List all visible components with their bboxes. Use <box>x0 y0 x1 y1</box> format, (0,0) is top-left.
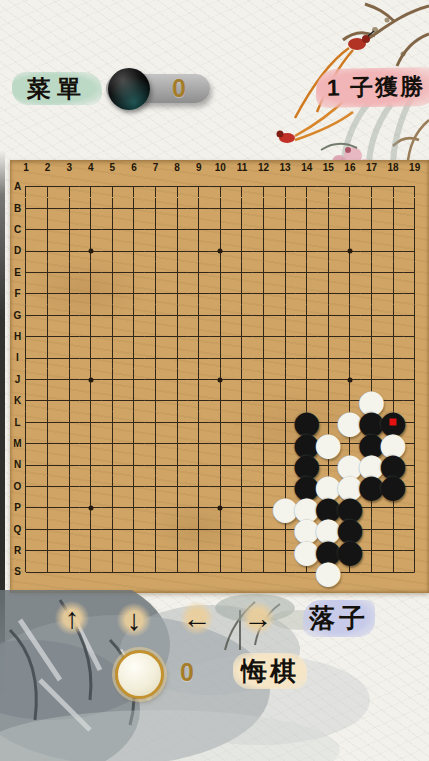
board-cell-Q2[interactable] <box>37 519 59 540</box>
board-cell-F11[interactable] <box>231 283 253 304</box>
board-cell-D3[interactable] <box>58 240 80 261</box>
board-cell-B15[interactable] <box>318 198 340 219</box>
board-cell-N8[interactable] <box>166 454 188 475</box>
board-cell-S5[interactable] <box>102 561 124 582</box>
board-cell-P6[interactable] <box>123 497 145 518</box>
board-cell-D11[interactable] <box>231 240 253 261</box>
board-cell-I12[interactable] <box>253 347 275 368</box>
board-cell-B9[interactable] <box>188 198 210 219</box>
board-cell-S18[interactable] <box>382 561 404 582</box>
board-cell-A19[interactable] <box>404 176 426 197</box>
board-cell-Q3[interactable] <box>58 519 80 540</box>
board-cell-I13[interactable] <box>274 347 296 368</box>
board-cell-H12[interactable] <box>253 326 275 347</box>
board-cell-D4[interactable] <box>80 240 102 261</box>
board-cell-J2[interactable] <box>37 369 59 390</box>
board-cell-A12[interactable] <box>253 176 275 197</box>
board-cell-Q19[interactable] <box>404 519 426 540</box>
board-cell-P5[interactable] <box>102 497 124 518</box>
board-cell-C15[interactable] <box>318 219 340 240</box>
board-cell-S10[interactable] <box>210 561 232 582</box>
board-cell-B7[interactable] <box>145 198 167 219</box>
board-cell-B6[interactable] <box>123 198 145 219</box>
board-cell-O6[interactable] <box>123 476 145 497</box>
board-cell-C6[interactable] <box>123 219 145 240</box>
board-cell-B11[interactable] <box>231 198 253 219</box>
board-cell-R12[interactable] <box>253 540 275 561</box>
board-cell-O10[interactable] <box>210 476 232 497</box>
board-cell-H1[interactable] <box>15 326 37 347</box>
board-cell-D18[interactable] <box>382 240 404 261</box>
board-cell-G13[interactable] <box>274 305 296 326</box>
board-cell-N3[interactable] <box>58 454 80 475</box>
board-cell-N12[interactable] <box>253 454 275 475</box>
board-cell-C16[interactable] <box>339 219 361 240</box>
board-cell-J19[interactable] <box>404 369 426 390</box>
board-cell-H4[interactable] <box>80 326 102 347</box>
board-cell-S1[interactable] <box>15 561 37 582</box>
place-stone-button[interactable]: 落子 <box>303 600 375 637</box>
board-cell-N9[interactable] <box>188 454 210 475</box>
board-cell-N6[interactable] <box>123 454 145 475</box>
board-cell-K4[interactable] <box>80 390 102 411</box>
board-cell-I8[interactable] <box>166 347 188 368</box>
board-cell-N2[interactable] <box>37 454 59 475</box>
board-cell-A14[interactable] <box>296 176 318 197</box>
board-cell-P7[interactable] <box>145 497 167 518</box>
board-cell-H19[interactable] <box>404 326 426 347</box>
board-cell-I10[interactable] <box>210 347 232 368</box>
board-cell-E1[interactable] <box>15 262 37 283</box>
board-cell-O8[interactable] <box>166 476 188 497</box>
board-cell-Q5[interactable] <box>102 519 124 540</box>
board-cell-B14[interactable] <box>296 198 318 219</box>
board-cell-L10[interactable] <box>210 412 232 433</box>
board-cell-K1[interactable] <box>15 390 37 411</box>
board-cell-E13[interactable] <box>274 262 296 283</box>
board-cell-I11[interactable] <box>231 347 253 368</box>
board-cell-R18[interactable] <box>382 540 404 561</box>
board-cell-E14[interactable] <box>296 262 318 283</box>
board-cell-A2[interactable] <box>37 176 59 197</box>
board-cell-L1[interactable] <box>15 412 37 433</box>
board-cell-R6[interactable] <box>123 540 145 561</box>
board-cell-O1[interactable] <box>15 476 37 497</box>
board-cell-S12[interactable] <box>253 561 275 582</box>
board-cell-A6[interactable] <box>123 176 145 197</box>
board-cell-M3[interactable] <box>58 433 80 454</box>
board-cell-A7[interactable] <box>145 176 167 197</box>
board-cell-R1[interactable] <box>15 540 37 561</box>
board-cell-K3[interactable] <box>58 390 80 411</box>
board-cell-E19[interactable] <box>404 262 426 283</box>
board-cell-C10[interactable] <box>210 219 232 240</box>
board-cell-J12[interactable] <box>253 369 275 390</box>
board-cell-P3[interactable] <box>58 497 80 518</box>
board-cell-C5[interactable] <box>102 219 124 240</box>
board-cell-G9[interactable] <box>188 305 210 326</box>
board-cell-H7[interactable] <box>145 326 167 347</box>
board-cell-K7[interactable] <box>145 390 167 411</box>
board-cell-I16[interactable] <box>339 347 361 368</box>
board-cell-R4[interactable] <box>80 540 102 561</box>
board-cell-B16[interactable] <box>339 198 361 219</box>
board-cell-A17[interactable] <box>361 176 383 197</box>
board-cell-L2[interactable] <box>37 412 59 433</box>
undo-button[interactable]: 悔棋 <box>233 653 307 689</box>
board-cell-D8[interactable] <box>166 240 188 261</box>
board-cell-S7[interactable] <box>145 561 167 582</box>
board-cell-I7[interactable] <box>145 347 167 368</box>
board-cell-L12[interactable] <box>253 412 275 433</box>
board-cell-E8[interactable] <box>166 262 188 283</box>
board-cell-A8[interactable] <box>166 176 188 197</box>
board-cell-M6[interactable] <box>123 433 145 454</box>
board-cell-F19[interactable] <box>404 283 426 304</box>
board-cell-G8[interactable] <box>166 305 188 326</box>
board-cell-F4[interactable] <box>80 283 102 304</box>
board-cell-D6[interactable] <box>123 240 145 261</box>
board-cell-G10[interactable] <box>210 305 232 326</box>
board-cell-P9[interactable] <box>188 497 210 518</box>
board-cell-G16[interactable] <box>339 305 361 326</box>
board-cell-E17[interactable] <box>361 262 383 283</box>
board-cell-O7[interactable] <box>145 476 167 497</box>
board-cell-Q4[interactable] <box>80 519 102 540</box>
board-cell-S11[interactable] <box>231 561 253 582</box>
board-cell-M10[interactable] <box>210 433 232 454</box>
board-cell-C9[interactable] <box>188 219 210 240</box>
board-cell-C12[interactable] <box>253 219 275 240</box>
board-cell-F1[interactable] <box>15 283 37 304</box>
board-cell-H8[interactable] <box>166 326 188 347</box>
board-cell-D17[interactable] <box>361 240 383 261</box>
board-cell-A15[interactable] <box>318 176 340 197</box>
board-cell-A13[interactable] <box>274 176 296 197</box>
board-cell-B17[interactable] <box>361 198 383 219</box>
board-cell-O5[interactable] <box>102 476 124 497</box>
board-cell-J7[interactable] <box>145 369 167 390</box>
board-cell-C14[interactable] <box>296 219 318 240</box>
board-cell-I4[interactable] <box>80 347 102 368</box>
board-cell-F7[interactable] <box>145 283 167 304</box>
board-cell-D9[interactable] <box>188 240 210 261</box>
board-cell-A1[interactable] <box>15 176 37 197</box>
board-cell-J6[interactable] <box>123 369 145 390</box>
board-cell-P8[interactable] <box>166 497 188 518</box>
board-cell-Q1[interactable] <box>15 519 37 540</box>
board-cell-S4[interactable] <box>80 561 102 582</box>
board-cell-S15[interactable]: ● <box>318 561 340 582</box>
board-cell-F6[interactable] <box>123 283 145 304</box>
board-cell-A5[interactable] <box>102 176 124 197</box>
board-cell-L4[interactable] <box>80 412 102 433</box>
board-cell-E5[interactable] <box>102 262 124 283</box>
board-cell-Q8[interactable] <box>166 519 188 540</box>
board-cell-C3[interactable] <box>58 219 80 240</box>
board-cell-C8[interactable] <box>166 219 188 240</box>
board-cell-J8[interactable] <box>166 369 188 390</box>
board-cell-I15[interactable] <box>318 347 340 368</box>
board-cell-E4[interactable] <box>80 262 102 283</box>
board-cell-S8[interactable] <box>166 561 188 582</box>
board-cell-O11[interactable] <box>231 476 253 497</box>
board-cell-J15[interactable] <box>318 369 340 390</box>
board-cell-B1[interactable] <box>15 198 37 219</box>
board-cell-G5[interactable] <box>102 305 124 326</box>
move-left-button[interactable]: ← <box>180 601 214 635</box>
board-cell-P11[interactable] <box>231 497 253 518</box>
board-cell-O4[interactable] <box>80 476 102 497</box>
board-cell-H5[interactable] <box>102 326 124 347</box>
board-cell-L7[interactable] <box>145 412 167 433</box>
board-cell-G12[interactable] <box>253 305 275 326</box>
board-cell-G6[interactable] <box>123 305 145 326</box>
board-cell-B2[interactable] <box>37 198 59 219</box>
board-cell-Q10[interactable] <box>210 519 232 540</box>
board-cell-G7[interactable] <box>145 305 167 326</box>
board-cell-E11[interactable] <box>231 262 253 283</box>
board-cell-I3[interactable] <box>58 347 80 368</box>
board-cell-E2[interactable] <box>37 262 59 283</box>
board-cell-G18[interactable] <box>382 305 404 326</box>
board-cell-L3[interactable] <box>58 412 80 433</box>
board-cell-G3[interactable] <box>58 305 80 326</box>
board-cell-E10[interactable] <box>210 262 232 283</box>
board-cell-K2[interactable] <box>37 390 59 411</box>
board-cell-K6[interactable] <box>123 390 145 411</box>
board-cell-F3[interactable] <box>58 283 80 304</box>
board-cell-H11[interactable] <box>231 326 253 347</box>
board-cell-I5[interactable] <box>102 347 124 368</box>
board-cell-L5[interactable] <box>102 412 124 433</box>
board-cell-S19[interactable] <box>404 561 426 582</box>
board-cell-A18[interactable] <box>382 176 404 197</box>
board-cell-N10[interactable] <box>210 454 232 475</box>
board-cell-J5[interactable] <box>102 369 124 390</box>
board-cell-R11[interactable] <box>231 540 253 561</box>
board-cell-E18[interactable] <box>382 262 404 283</box>
board-cell-D19[interactable] <box>404 240 426 261</box>
board-cell-H16[interactable] <box>339 326 361 347</box>
board-cell-H6[interactable] <box>123 326 145 347</box>
board-cell-C2[interactable] <box>37 219 59 240</box>
board-cell-N7[interactable] <box>145 454 167 475</box>
board-cell-B4[interactable] <box>80 198 102 219</box>
board-cell-A3[interactable] <box>58 176 80 197</box>
board-cell-H15[interactable] <box>318 326 340 347</box>
board-cell-Q18[interactable] <box>382 519 404 540</box>
board-cell-S6[interactable] <box>123 561 145 582</box>
board-cell-H14[interactable] <box>296 326 318 347</box>
board-cell-N5[interactable] <box>102 454 124 475</box>
board-cell-D5[interactable] <box>102 240 124 261</box>
move-up-button[interactable]: ↑ <box>55 601 89 635</box>
board-cell-K9[interactable] <box>188 390 210 411</box>
board-cell-G15[interactable] <box>318 305 340 326</box>
board-cell-F5[interactable] <box>102 283 124 304</box>
board-cell-P2[interactable] <box>37 497 59 518</box>
board-cell-H13[interactable] <box>274 326 296 347</box>
board-cell-B5[interactable] <box>102 198 124 219</box>
board-cell-P4[interactable] <box>80 497 102 518</box>
board-cell-H17[interactable] <box>361 326 383 347</box>
board-cell-F2[interactable] <box>37 283 59 304</box>
board-cell-H18[interactable] <box>382 326 404 347</box>
board-cell-K12[interactable] <box>253 390 275 411</box>
board-cell-R10[interactable] <box>210 540 232 561</box>
board-cell-H9[interactable] <box>188 326 210 347</box>
board-cell-F10[interactable] <box>210 283 232 304</box>
board-cell-N1[interactable] <box>15 454 37 475</box>
board-cell-K10[interactable] <box>210 390 232 411</box>
board-cell-G1[interactable] <box>15 305 37 326</box>
board-cell-M9[interactable] <box>188 433 210 454</box>
board-cell-H2[interactable] <box>37 326 59 347</box>
board-cell-E9[interactable] <box>188 262 210 283</box>
board-cell-B3[interactable] <box>58 198 80 219</box>
board-cell-G17[interactable] <box>361 305 383 326</box>
board-cell-N11[interactable] <box>231 454 253 475</box>
board-cell-O3[interactable] <box>58 476 80 497</box>
board-cell-I17[interactable] <box>361 347 383 368</box>
move-right-button[interactable]: → <box>241 601 275 635</box>
board-cell-C11[interactable] <box>231 219 253 240</box>
board-cell-L9[interactable] <box>188 412 210 433</box>
board-cell-F15[interactable] <box>318 283 340 304</box>
board-cell-H3[interactable] <box>58 326 80 347</box>
board-cell-R2[interactable] <box>37 540 59 561</box>
board-cell-R5[interactable] <box>102 540 124 561</box>
board-cell-S2[interactable] <box>37 561 59 582</box>
board-cell-O9[interactable] <box>188 476 210 497</box>
board-cell-F17[interactable] <box>361 283 383 304</box>
board-cell-M5[interactable] <box>102 433 124 454</box>
board-cell-C7[interactable] <box>145 219 167 240</box>
menu-button[interactable]: 菜單 <box>12 72 102 105</box>
board-cell-J10[interactable] <box>210 369 232 390</box>
board-cell-L11[interactable] <box>231 412 253 433</box>
board-cell-A4[interactable] <box>80 176 102 197</box>
board-cell-I9[interactable] <box>188 347 210 368</box>
board-cell-D2[interactable] <box>37 240 59 261</box>
board-cell-D15[interactable] <box>318 240 340 261</box>
board-cell-J13[interactable] <box>274 369 296 390</box>
board-cell-M4[interactable] <box>80 433 102 454</box>
board-cell-G14[interactable] <box>296 305 318 326</box>
board-cell-J1[interactable] <box>15 369 37 390</box>
board-cell-K8[interactable] <box>166 390 188 411</box>
board-cell-F16[interactable] <box>339 283 361 304</box>
board-cell-H10[interactable] <box>210 326 232 347</box>
board-cell-F8[interactable] <box>166 283 188 304</box>
board-cell-O18[interactable]: ● <box>382 476 404 497</box>
board-cell-E16[interactable] <box>339 262 361 283</box>
board-cell-J3[interactable] <box>58 369 80 390</box>
board-cell-A10[interactable] <box>210 176 232 197</box>
board-cell-I1[interactable] <box>15 347 37 368</box>
board-cell-A11[interactable] <box>231 176 253 197</box>
board-cell-B8[interactable] <box>166 198 188 219</box>
board-cell-O2[interactable] <box>37 476 59 497</box>
board-cell-E15[interactable] <box>318 262 340 283</box>
board-cell-K5[interactable] <box>102 390 124 411</box>
board-cell-F9[interactable] <box>188 283 210 304</box>
board-cell-R9[interactable] <box>188 540 210 561</box>
board-cell-E3[interactable] <box>58 262 80 283</box>
board-cell-B18[interactable] <box>382 198 404 219</box>
board-cell-S3[interactable] <box>58 561 80 582</box>
board-cell-R7[interactable] <box>145 540 167 561</box>
board-cell-F12[interactable] <box>253 283 275 304</box>
board-cell-E7[interactable] <box>145 262 167 283</box>
board-cell-C4[interactable] <box>80 219 102 240</box>
board-cell-D7[interactable] <box>145 240 167 261</box>
board-cell-M8[interactable] <box>166 433 188 454</box>
board-cell-J14[interactable] <box>296 369 318 390</box>
board-cell-B13[interactable] <box>274 198 296 219</box>
board-cell-B12[interactable] <box>253 198 275 219</box>
board-cell-B19[interactable] <box>404 198 426 219</box>
board-cell-J4[interactable] <box>80 369 102 390</box>
board-cell-M12[interactable] <box>253 433 275 454</box>
board-cell-F14[interactable] <box>296 283 318 304</box>
board-cell-G2[interactable] <box>37 305 59 326</box>
board-cell-N4[interactable] <box>80 454 102 475</box>
board-cell-K11[interactable] <box>231 390 253 411</box>
board-cell-D12[interactable] <box>253 240 275 261</box>
board-cell-D14[interactable] <box>296 240 318 261</box>
board-cell-I2[interactable] <box>37 347 59 368</box>
board-cell-A9[interactable] <box>188 176 210 197</box>
board-cell-C19[interactable] <box>404 219 426 240</box>
board-cell-R8[interactable] <box>166 540 188 561</box>
board-cell-G4[interactable] <box>80 305 102 326</box>
board-cell-I18[interactable] <box>382 347 404 368</box>
board-cell-L6[interactable] <box>123 412 145 433</box>
board-cell-C1[interactable] <box>15 219 37 240</box>
board-cell-D13[interactable] <box>274 240 296 261</box>
board-cell-M11[interactable] <box>231 433 253 454</box>
board-cell-D1[interactable] <box>15 240 37 261</box>
board-cell-J11[interactable] <box>231 369 253 390</box>
board-cell-P1[interactable] <box>15 497 37 518</box>
board-cell-D16[interactable] <box>339 240 361 261</box>
board-cell-C13[interactable] <box>274 219 296 240</box>
board-cell-C17[interactable] <box>361 219 383 240</box>
board-cell-M2[interactable] <box>37 433 59 454</box>
board-cell-G19[interactable] <box>404 305 426 326</box>
board-cell-S9[interactable] <box>188 561 210 582</box>
board-cell-A16[interactable] <box>339 176 361 197</box>
board-cell-F18[interactable] <box>382 283 404 304</box>
board-cell-Q9[interactable] <box>188 519 210 540</box>
board-cell-L8[interactable] <box>166 412 188 433</box>
board-cell-J9[interactable] <box>188 369 210 390</box>
board-cell-E6[interactable] <box>123 262 145 283</box>
board-cell-R19[interactable] <box>404 540 426 561</box>
board-cell-C18[interactable] <box>382 219 404 240</box>
move-down-button[interactable]: ↓ <box>117 603 151 637</box>
board-cell-I6[interactable] <box>123 347 145 368</box>
board-cell-Q7[interactable] <box>145 519 167 540</box>
board-cell-E12[interactable] <box>253 262 275 283</box>
board-cell-Q11[interactable] <box>231 519 253 540</box>
board-cell-M1[interactable] <box>15 433 37 454</box>
board-cell-Q6[interactable] <box>123 519 145 540</box>
board-cell-M7[interactable] <box>145 433 167 454</box>
board-cell-F13[interactable] <box>274 283 296 304</box>
